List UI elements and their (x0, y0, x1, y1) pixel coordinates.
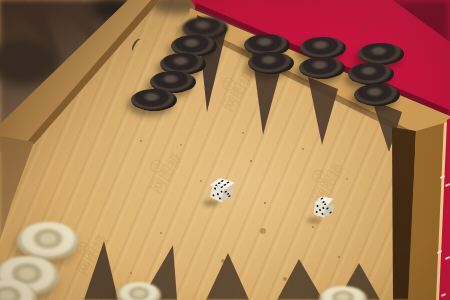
backgammon-board-photo: 摄图网 摄图网 摄图网 摄图网 摄图网 (0, 0, 450, 300)
black-checker (300, 37, 346, 59)
black-checker (354, 84, 400, 106)
black-checker (358, 43, 404, 65)
black-checker (348, 63, 394, 85)
die-right (312, 195, 346, 229)
wood-speckles (250, 160, 252, 162)
black-checker (299, 57, 345, 79)
die-side-face (323, 204, 335, 216)
black-checker (248, 52, 294, 74)
black-checker (131, 89, 177, 111)
die-left (208, 176, 242, 210)
